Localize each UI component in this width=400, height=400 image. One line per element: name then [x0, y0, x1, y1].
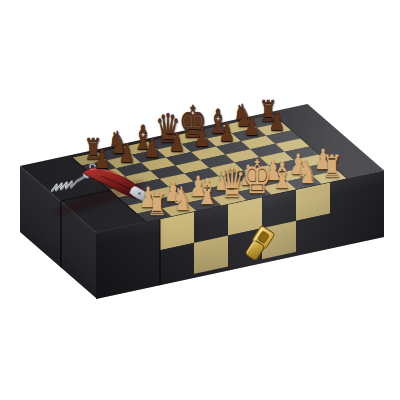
box-hinge-seam [60, 190, 112, 202]
box-seam-front [159, 219, 161, 285]
box-seam-left [60, 201, 62, 269]
product-photo: ♜♞♝♛♚♝♞♜♟♟♟♟♟♟♟♟♟♟♟♟♟♟♟♟♜♞♝♛♚♝♞♜ [0, 0, 400, 400]
